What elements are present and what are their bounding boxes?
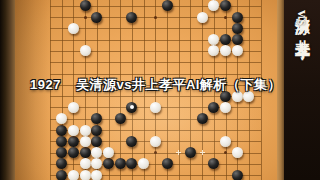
black-stone [126,158,137,169]
black-stone [103,158,114,169]
star-point [154,16,157,19]
star-point [224,151,227,154]
white-stone [80,45,91,56]
black-stone [232,12,243,23]
title-text: 吴清源vs井上孝平AI解析（下集） [76,77,281,92]
side-banner-text: 吴清源vs井上孝平 [293,4,312,35]
grid-horizontal-line [50,28,261,29]
ai-analysis-marker [200,150,205,155]
white-stone [197,12,208,23]
ai-analysis-marker [176,150,181,155]
white-stone [80,125,91,136]
black-stone [68,136,79,147]
black-stone [115,113,126,124]
black-stone [91,113,102,124]
white-stone [150,136,161,147]
white-stone [91,158,102,169]
black-stone [208,158,219,169]
black-stone [91,12,102,23]
white-stone [91,147,102,158]
white-stone [232,45,243,56]
table-left-edge [0,0,15,180]
white-stone [56,113,67,124]
white-stone [208,0,219,11]
side-banner: 吴清源vs井上孝平 [284,0,320,180]
white-stone [220,45,231,56]
black-stone [56,147,67,158]
black-stone [115,158,126,169]
black-stone [197,113,208,124]
white-stone [68,102,79,113]
white-stone [80,158,91,169]
black-stone [80,0,91,11]
star-point [84,16,87,19]
white-stone [103,147,114,158]
black-stone [80,147,91,158]
star-point [154,151,157,154]
black-stone [91,125,102,136]
black-stone [220,0,231,11]
white-stone [80,136,91,147]
white-stone [232,147,243,158]
white-stone [220,136,231,147]
black-stone [56,158,67,169]
star-point [224,16,227,19]
white-stone [80,170,91,180]
grid-horizontal-line [50,119,261,120]
black-stone [68,147,79,158]
black-stone [91,136,102,147]
title-year: 1927 [30,77,61,92]
white-stone [208,45,219,56]
white-stone [220,102,231,113]
black-stone [56,136,67,147]
black-stone [232,34,243,45]
black-stone [232,170,243,180]
black-stone [232,23,243,34]
white-stone [208,34,219,45]
video-title-overlay: 1927吴清源vs井上孝平AI解析（下集） [30,76,281,94]
white-stone [138,158,149,169]
white-stone [68,125,79,136]
black-stone [162,158,173,169]
white-stone [91,170,102,180]
black-stone [126,12,137,23]
black-stone [56,170,67,180]
white-stone [68,23,79,34]
black-stone [56,125,67,136]
video-frame: 吴清源vs井上孝平 1927吴清源vs井上孝平AI解析（下集） [0,0,320,180]
black-stone [185,147,196,158]
grid-horizontal-line [50,62,261,63]
black-stone [220,34,231,45]
white-stone [150,102,161,113]
black-stone [126,136,137,147]
white-stone [68,170,79,180]
grid-horizontal-line [50,74,261,75]
black-stone [208,102,219,113]
black-stone [162,0,173,11]
